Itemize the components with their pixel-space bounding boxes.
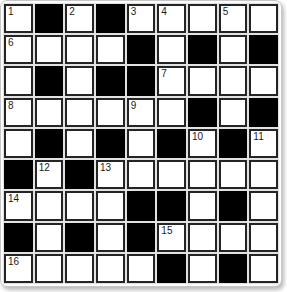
clue-number-15: 15 — [161, 225, 172, 237]
cell-r2c2[interactable] — [35, 35, 64, 64]
cell-r4c2[interactable] — [35, 98, 64, 127]
cell-r1c1[interactable]: 1 — [4, 4, 33, 33]
cell-r3c7[interactable] — [188, 66, 217, 95]
cell-r8c2[interactable] — [35, 223, 64, 252]
black-cell-r9c6 — [157, 254, 186, 283]
cell-r9c9[interactable] — [249, 254, 278, 283]
cell-r8c9[interactable] — [249, 223, 278, 252]
cell-r3c3[interactable] — [65, 66, 94, 95]
cell-r6c5[interactable] — [127, 160, 156, 189]
black-cell-r6c1 — [4, 160, 33, 189]
cell-r7c1[interactable]: 14 — [4, 191, 33, 220]
clue-number-7: 7 — [161, 68, 167, 80]
cell-r9c3[interactable] — [65, 254, 94, 283]
cell-r5c7[interactable]: 10 — [188, 129, 217, 158]
cell-r1c3[interactable]: 2 — [65, 4, 94, 33]
cell-r4c5[interactable]: 9 — [127, 98, 156, 127]
black-cell-r2c7 — [188, 35, 217, 64]
cell-r2c8[interactable] — [219, 35, 248, 64]
cell-r4c3[interactable] — [65, 98, 94, 127]
black-cell-r4c9 — [249, 98, 278, 127]
cell-r9c2[interactable] — [35, 254, 64, 283]
black-cell-r3c5 — [127, 66, 156, 95]
cell-r6c2[interactable]: 12 — [35, 160, 64, 189]
cell-r3c8[interactable] — [219, 66, 248, 95]
cell-r1c9[interactable] — [249, 4, 278, 33]
clue-number-3: 3 — [131, 6, 137, 18]
black-cell-r8c5 — [127, 223, 156, 252]
cell-r1c7[interactable] — [188, 4, 217, 33]
black-cell-r6c3 — [65, 160, 94, 189]
clue-number-13: 13 — [100, 162, 111, 174]
cell-r4c4[interactable] — [96, 98, 125, 127]
cell-r6c7[interactable] — [188, 160, 217, 189]
cell-r2c4[interactable] — [96, 35, 125, 64]
black-cell-r5c8 — [219, 129, 248, 158]
crossword-grid: 12345678910111213141516 — [4, 4, 278, 283]
clue-number-11: 11 — [253, 131, 263, 143]
black-cell-r7c8 — [219, 191, 248, 220]
cell-r5c5[interactable] — [127, 129, 156, 158]
cell-r9c7[interactable] — [188, 254, 217, 283]
cell-r7c3[interactable] — [65, 191, 94, 220]
cell-r5c1[interactable] — [4, 129, 33, 158]
cell-r9c1[interactable]: 16 — [4, 254, 33, 283]
black-cell-r2c9 — [249, 35, 278, 64]
black-cell-r5c2 — [35, 129, 64, 158]
cell-r8c7[interactable] — [188, 223, 217, 252]
cell-r5c9[interactable]: 11 — [249, 129, 278, 158]
cell-r1c8[interactable]: 5 — [219, 4, 248, 33]
clue-number-10: 10 — [192, 131, 203, 143]
cell-r7c2[interactable] — [35, 191, 64, 220]
cell-r2c1[interactable]: 6 — [4, 35, 33, 64]
crossword-card: 12345678910111213141516 — [0, 0, 282, 287]
black-cell-r1c4 — [96, 4, 125, 33]
clue-number-2: 2 — [69, 6, 75, 18]
cell-r2c6[interactable] — [157, 35, 186, 64]
black-cell-r8c1 — [4, 223, 33, 252]
clue-number-5: 5 — [223, 6, 229, 18]
cell-r3c9[interactable] — [249, 66, 278, 95]
cell-r3c1[interactable] — [4, 66, 33, 95]
clue-number-9: 9 — [131, 100, 137, 112]
black-cell-r1c2 — [35, 4, 64, 33]
clue-number-4: 4 — [161, 6, 167, 18]
cell-r6c6[interactable] — [157, 160, 186, 189]
clue-number-1: 1 — [8, 6, 14, 18]
clue-number-6: 6 — [8, 37, 14, 49]
cell-r7c4[interactable] — [96, 191, 125, 220]
black-cell-r7c5 — [127, 191, 156, 220]
clue-number-14: 14 — [8, 193, 19, 205]
black-cell-r4c7 — [188, 98, 217, 127]
black-cell-r9c8 — [219, 254, 248, 283]
clue-number-8: 8 — [8, 100, 14, 112]
cell-r2c3[interactable] — [65, 35, 94, 64]
clue-number-12: 12 — [39, 162, 50, 174]
black-cell-r5c6 — [157, 129, 186, 158]
black-cell-r3c4 — [96, 66, 125, 95]
cell-r1c5[interactable]: 3 — [127, 4, 156, 33]
cell-r9c5[interactable] — [127, 254, 156, 283]
cell-r8c6[interactable]: 15 — [157, 223, 186, 252]
cell-r4c1[interactable]: 8 — [4, 98, 33, 127]
black-cell-r7c6 — [157, 191, 186, 220]
cell-r6c8[interactable] — [219, 160, 248, 189]
cell-r5c3[interactable] — [65, 129, 94, 158]
cell-r7c9[interactable] — [249, 191, 278, 220]
cell-r3c6[interactable]: 7 — [157, 66, 186, 95]
crossword-page: 12345678910111213141516 — [0, 0, 287, 292]
cell-r9c4[interactable] — [96, 254, 125, 283]
black-cell-r5c4 — [96, 129, 125, 158]
cell-r8c8[interactable] — [219, 223, 248, 252]
clue-number-16: 16 — [8, 256, 19, 268]
cell-r4c6[interactable] — [157, 98, 186, 127]
cell-r6c4[interactable]: 13 — [96, 160, 125, 189]
black-cell-r8c3 — [65, 223, 94, 252]
cell-r8c4[interactable] — [96, 223, 125, 252]
cell-r6c9[interactable] — [249, 160, 278, 189]
cell-r4c8[interactable] — [219, 98, 248, 127]
cell-r7c7[interactable] — [188, 191, 217, 220]
black-cell-r3c2 — [35, 66, 64, 95]
cell-r1c6[interactable]: 4 — [157, 4, 186, 33]
black-cell-r2c5 — [127, 35, 156, 64]
